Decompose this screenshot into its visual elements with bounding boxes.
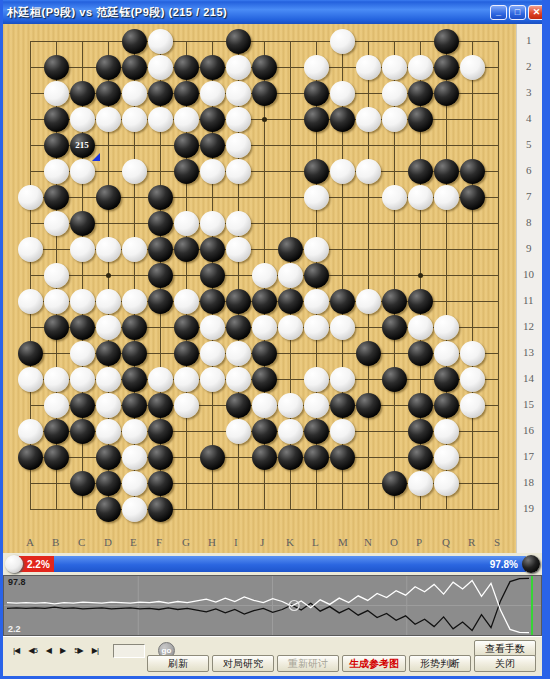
white-stone-I16 <box>226 419 251 444</box>
black-stone-L3 <box>304 81 329 106</box>
white-stone-R15 <box>460 393 485 418</box>
playback-last-button[interactable]: ▶| <box>92 646 98 655</box>
white-stone-M3 <box>330 81 355 106</box>
black-stone-I11 <box>226 289 251 314</box>
go-board[interactable]: 215 ABCDEFGHIJKLMNOPQRS <box>3 24 516 553</box>
black-stone-J3 <box>252 81 277 106</box>
white-stone-C6 <box>70 159 95 184</box>
white-stone-B3 <box>44 81 69 106</box>
white-stone-I6 <box>226 159 251 184</box>
white-stone-E19 <box>122 497 147 522</box>
col-label-K: K <box>286 536 294 548</box>
white-stone-D11 <box>96 289 121 314</box>
white-stone-F14 <box>148 367 173 392</box>
move-number-input[interactable] <box>113 644 145 658</box>
row-label-10: 10 <box>523 268 534 280</box>
row-label-7: 7 <box>526 190 532 202</box>
white-stone-E11 <box>122 289 147 314</box>
row-label-1: 1 <box>526 34 532 46</box>
row-label-14: 14 <box>523 372 534 384</box>
white-stone-G4 <box>174 107 199 132</box>
white-stone-B10 <box>44 263 69 288</box>
row-label-2: 2 <box>526 60 532 72</box>
white-stone-Q16 <box>434 419 459 444</box>
black-stone-H4 <box>200 107 225 132</box>
white-stone-Q12 <box>434 315 459 340</box>
action-buttons: 刷新对局研究重新研讨生成参考图形势判断关闭 <box>147 655 536 672</box>
white-stone-H13 <box>200 341 225 366</box>
white-stone-D12 <box>96 315 121 340</box>
col-label-E: E <box>130 536 137 548</box>
black-stone-C18 <box>70 471 95 496</box>
black-stone-E15 <box>122 393 147 418</box>
white-stone-C4 <box>70 107 95 132</box>
white-stone-Q13 <box>434 341 459 366</box>
white-stone-N6 <box>356 159 381 184</box>
white-stone-B6 <box>44 159 69 184</box>
white-stone-H14 <box>200 367 225 392</box>
white-stone-C9 <box>70 237 95 262</box>
col-label-D: D <box>104 536 112 548</box>
winrate-graph[interactable]: 97.8 2.2 <box>3 575 542 636</box>
black-stone-E12 <box>122 315 147 340</box>
black-stone-N13 <box>356 341 381 366</box>
black-stone-Q15 <box>434 393 459 418</box>
white-stone-F4 <box>148 107 173 132</box>
white-stone-B8 <box>44 211 69 236</box>
graph-top-label: 97.8 <box>8 577 26 587</box>
black-stone-F7 <box>148 185 173 210</box>
black-stone-M17 <box>330 445 355 470</box>
black-stone-E13 <box>122 341 147 366</box>
star-point-P10 <box>418 273 423 278</box>
black-stone-M15 <box>330 393 355 418</box>
column-labels: ABCDEFGHIJKLMNOPQRS <box>3 535 516 551</box>
black-stone-L6 <box>304 159 329 184</box>
black-stone-I12 <box>226 315 251 340</box>
white-stone-C13 <box>70 341 95 366</box>
last-move-marker-icon <box>92 153 100 161</box>
white-stone-J15 <box>252 393 277 418</box>
playback-fwd1-button[interactable]: ▶ <box>60 646 65 655</box>
col-label-H: H <box>208 536 216 548</box>
white-stone-O2 <box>382 55 407 80</box>
white-stone-G8 <box>174 211 199 236</box>
black-stone-F11 <box>148 289 173 314</box>
black-stone-F15 <box>148 393 173 418</box>
white-stone-M14 <box>330 367 355 392</box>
row-label-13: 13 <box>523 346 534 358</box>
window-buttons: _□✕ <box>490 5 545 20</box>
black-stone-K9 <box>278 237 303 262</box>
row-label-6: 6 <box>526 164 532 176</box>
black-stone-Q14 <box>434 367 459 392</box>
playback-buttons: |◀◀5◀▶5▶▶| <box>13 646 98 655</box>
white-stone-I2 <box>226 55 251 80</box>
black-stone-O12 <box>382 315 407 340</box>
black-stone-H11 <box>200 289 225 314</box>
button-对局研究[interactable]: 对局研究 <box>212 655 274 672</box>
star-point-D10 <box>106 273 111 278</box>
black-stone-C16 <box>70 419 95 444</box>
white-stone-R14 <box>460 367 485 392</box>
game-window: 朴廷桓(P9段) vs 范廷钰(P9段) (215 / 215) _□✕ 215… <box>0 0 550 679</box>
black-stone-G6 <box>174 159 199 184</box>
maximize-button[interactable]: □ <box>509 5 526 20</box>
col-label-L: L <box>312 536 319 548</box>
white-stone-I5 <box>226 133 251 158</box>
row-number-strip: 12345678910111213141516171819 <box>516 24 542 553</box>
white-stone-D16 <box>96 419 121 444</box>
black-stone-N15 <box>356 393 381 418</box>
black-stone-D2 <box>96 55 121 80</box>
black-stone-D7 <box>96 185 121 210</box>
white-stone-E18 <box>122 471 147 496</box>
white-stone-A14 <box>18 367 43 392</box>
white-stone-J12 <box>252 315 277 340</box>
button-重新研讨[interactable]: 重新研讨 <box>277 655 339 672</box>
black-stone-A13 <box>18 341 43 366</box>
black-stone-icon <box>522 555 540 573</box>
white-stone-C11 <box>70 289 95 314</box>
white-stone-M12 <box>330 315 355 340</box>
col-label-A: A <box>26 536 34 548</box>
black-stone-P17 <box>408 445 433 470</box>
playback-back1-button[interactable]: ◀ <box>46 646 51 655</box>
white-stone-I4 <box>226 107 251 132</box>
white-stone-M1 <box>330 29 355 54</box>
white-winrate-value: 2.2% <box>19 556 54 572</box>
star-point-J4 <box>262 117 267 122</box>
white-stone-D9 <box>96 237 121 262</box>
graph-bottom-label: 2.2 <box>8 624 21 634</box>
white-stone-I3 <box>226 81 251 106</box>
black-stone-C15 <box>70 393 95 418</box>
black-stone-B2 <box>44 55 69 80</box>
black-stone-F16 <box>148 419 173 444</box>
black-stone-G13 <box>174 341 199 366</box>
white-stone-icon <box>5 555 23 573</box>
black-stone-D19 <box>96 497 121 522</box>
white-stone-K12 <box>278 315 303 340</box>
white-stone-L7 <box>304 185 329 210</box>
black-stone-O11 <box>382 289 407 314</box>
black-stone-E14 <box>122 367 147 392</box>
white-stone-D15 <box>96 393 121 418</box>
white-stone-N11 <box>356 289 381 314</box>
white-stone-L11 <box>304 289 329 314</box>
white-stone-G14 <box>174 367 199 392</box>
black-stone-I1 <box>226 29 251 54</box>
black-stone-F18 <box>148 471 173 496</box>
title-bar[interactable]: 朴廷桓(P9段) vs 范廷钰(P9段) (215 / 215) _□✕ <box>0 0 550 24</box>
button-生成参考图[interactable]: 生成参考图 <box>342 655 406 672</box>
black-stone-D17 <box>96 445 121 470</box>
row-labels: 12345678910111213141516171819 <box>517 24 542 553</box>
black-stone-D18 <box>96 471 121 496</box>
black-stone-B17 <box>44 445 69 470</box>
black-stone-R7 <box>460 185 485 210</box>
black-stone-G3 <box>174 81 199 106</box>
black-stone-L10 <box>304 263 329 288</box>
white-stone-L12 <box>304 315 329 340</box>
black-stone-F19 <box>148 497 173 522</box>
black-stone-G9 <box>174 237 199 262</box>
white-stone-P7 <box>408 185 433 210</box>
control-bar: |◀◀5◀▶5▶▶| go 查看手数 刷新对局研究重新研讨生成参考图形势判断关闭 <box>3 636 542 676</box>
white-stone-G11 <box>174 289 199 314</box>
button-关闭[interactable]: 关闭 <box>474 655 536 672</box>
white-stone-A16 <box>18 419 43 444</box>
white-stone-B15 <box>44 393 69 418</box>
row-label-8: 8 <box>526 216 532 228</box>
white-stone-P12 <box>408 315 433 340</box>
black-stone-F3 <box>148 81 173 106</box>
black-stone-E2 <box>122 55 147 80</box>
white-stone-H8 <box>200 211 225 236</box>
white-stone-L15 <box>304 393 329 418</box>
black-stone-D3 <box>96 81 121 106</box>
col-label-M: M <box>338 536 348 548</box>
white-stone-L9 <box>304 237 329 262</box>
black-stone-M11 <box>330 289 355 314</box>
black-stone-F17 <box>148 445 173 470</box>
black-stone-P11 <box>408 289 433 314</box>
white-stone-L14 <box>304 367 329 392</box>
white-stone-Q7 <box>434 185 459 210</box>
col-label-O: O <box>390 536 398 548</box>
black-stone-C3 <box>70 81 95 106</box>
black-stone-L4 <box>304 107 329 132</box>
white-stone-M16 <box>330 419 355 444</box>
black-stone-K11 <box>278 289 303 314</box>
white-stone-I14 <box>226 367 251 392</box>
black-stone-O14 <box>382 367 407 392</box>
row-label-5: 5 <box>526 138 532 150</box>
black-stone-F8 <box>148 211 173 236</box>
black-stone-J11 <box>252 289 277 314</box>
black-stone-H17 <box>200 445 225 470</box>
white-stone-K10 <box>278 263 303 288</box>
black-stone-H10 <box>200 263 225 288</box>
black-stone-L17 <box>304 445 329 470</box>
black-stone-O18 <box>382 471 407 496</box>
col-label-P: P <box>416 536 422 548</box>
white-stone-E9 <box>122 237 147 262</box>
white-stone-L2 <box>304 55 329 80</box>
white-stone-E4 <box>122 107 147 132</box>
white-stone-G15 <box>174 393 199 418</box>
row-label-19: 19 <box>523 502 534 514</box>
white-stone-B11 <box>44 289 69 314</box>
black-stone-E1 <box>122 29 147 54</box>
row-label-15: 15 <box>523 398 534 410</box>
black-stone-A17 <box>18 445 43 470</box>
col-label-R: R <box>468 536 475 548</box>
black-stone-H2 <box>200 55 225 80</box>
black-stone-B12 <box>44 315 69 340</box>
playback-fwd5-button[interactable]: 5▶ <box>74 646 83 655</box>
white-stone-F1 <box>148 29 173 54</box>
black-stone-J2 <box>252 55 277 80</box>
white-stone-I9 <box>226 237 251 262</box>
black-stone-C5: 215 <box>70 133 95 158</box>
black-stone-J14 <box>252 367 277 392</box>
row-label-9: 9 <box>526 242 532 254</box>
black-stone-Q3 <box>434 81 459 106</box>
white-stone-O7 <box>382 185 407 210</box>
white-stone-A11 <box>18 289 43 314</box>
white-stone-H12 <box>200 315 225 340</box>
white-stone-O4 <box>382 107 407 132</box>
col-label-C: C <box>78 536 85 548</box>
black-stone-B16 <box>44 419 69 444</box>
black-stone-M4 <box>330 107 355 132</box>
playback-back5-button[interactable]: ◀5 <box>28 646 37 655</box>
playback-first-button[interactable]: |◀ <box>13 646 19 655</box>
black-stone-Q2 <box>434 55 459 80</box>
white-stone-R13 <box>460 341 485 366</box>
black-stone-K17 <box>278 445 303 470</box>
col-label-G: G <box>182 536 190 548</box>
black-stone-C12 <box>70 315 95 340</box>
black-stone-P15 <box>408 393 433 418</box>
last-move-number: 215 <box>75 140 89 150</box>
white-stone-P2 <box>408 55 433 80</box>
white-stone-A7 <box>18 185 43 210</box>
white-stone-N2 <box>356 55 381 80</box>
black-stone-J17 <box>252 445 277 470</box>
black-stone-Q6 <box>434 159 459 184</box>
white-stone-A9 <box>18 237 43 262</box>
black-stone-P4 <box>408 107 433 132</box>
winrate-bar: 2.2% 97.8% <box>3 553 542 575</box>
black-stone-I15 <box>226 393 251 418</box>
col-label-F: F <box>156 536 162 548</box>
button-刷新[interactable]: 刷新 <box>147 655 209 672</box>
white-stone-O3 <box>382 81 407 106</box>
white-stone-M6 <box>330 159 355 184</box>
col-label-N: N <box>364 536 372 548</box>
close-button[interactable]: ✕ <box>528 5 545 20</box>
black-winrate-value: 97.8% <box>54 556 526 572</box>
col-label-B: B <box>52 536 59 548</box>
black-stone-B4 <box>44 107 69 132</box>
black-stone-G5 <box>174 133 199 158</box>
white-stone-E6 <box>122 159 147 184</box>
white-stone-N4 <box>356 107 381 132</box>
grid-vline <box>472 41 473 510</box>
black-stone-Q1 <box>434 29 459 54</box>
window-title: 朴廷桓(P9段) vs 范廷钰(P9段) (215 / 215) <box>7 5 227 20</box>
black-stone-J16 <box>252 419 277 444</box>
black-stone-C8 <box>70 211 95 236</box>
white-stone-D4 <box>96 107 121 132</box>
white-stone-K16 <box>278 419 303 444</box>
winrate-graph-svg[interactable] <box>4 576 541 635</box>
black-stone-P3 <box>408 81 433 106</box>
white-stone-Q18 <box>434 471 459 496</box>
row-label-11: 11 <box>523 294 534 306</box>
row-label-16: 16 <box>523 424 534 436</box>
white-stone-E3 <box>122 81 147 106</box>
black-stone-D13 <box>96 341 121 366</box>
white-stone-E17 <box>122 445 147 470</box>
col-label-J: J <box>260 536 264 548</box>
col-label-Q: Q <box>442 536 450 548</box>
black-stone-B5 <box>44 133 69 158</box>
white-stone-P18 <box>408 471 433 496</box>
white-stone-K15 <box>278 393 303 418</box>
black-stone-G12 <box>174 315 199 340</box>
row-label-17: 17 <box>523 450 534 462</box>
black-stone-P6 <box>408 159 433 184</box>
black-stone-P16 <box>408 419 433 444</box>
white-stone-B14 <box>44 367 69 392</box>
row-label-18: 18 <box>523 476 534 488</box>
white-stone-E16 <box>122 419 147 444</box>
black-stone-G2 <box>174 55 199 80</box>
col-label-I: I <box>234 536 238 548</box>
white-stone-Q17 <box>434 445 459 470</box>
black-stone-B7 <box>44 185 69 210</box>
grid-vline <box>498 41 499 510</box>
white-stone-I13 <box>226 341 251 366</box>
minimize-button[interactable]: _ <box>490 5 507 20</box>
white-stone-I8 <box>226 211 251 236</box>
white-stone-R2 <box>460 55 485 80</box>
white-stone-F2 <box>148 55 173 80</box>
row-label-12: 12 <box>523 320 534 332</box>
black-stone-F10 <box>148 263 173 288</box>
white-stone-J10 <box>252 263 277 288</box>
black-stone-P13 <box>408 341 433 366</box>
black-stone-H5 <box>200 133 225 158</box>
black-stone-J13 <box>252 341 277 366</box>
white-stone-H3 <box>200 81 225 106</box>
black-stone-R6 <box>460 159 485 184</box>
button-形势判断[interactable]: 形势判断 <box>409 655 471 672</box>
col-label-S: S <box>494 536 500 548</box>
row-label-3: 3 <box>526 86 532 98</box>
black-stone-L16 <box>304 419 329 444</box>
black-stone-H9 <box>200 237 225 262</box>
white-stone-H6 <box>200 159 225 184</box>
white-stone-D14 <box>96 367 121 392</box>
white-stone-C14 <box>70 367 95 392</box>
black-stone-F9 <box>148 237 173 262</box>
row-label-4: 4 <box>526 112 532 124</box>
